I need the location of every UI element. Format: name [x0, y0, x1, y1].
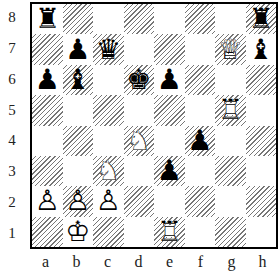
- square-g1[interactable]: [215, 217, 246, 247]
- square-h6[interactable]: [246, 65, 277, 95]
- square-h8[interactable]: ♜: [246, 4, 277, 34]
- square-f3[interactable]: [185, 156, 216, 186]
- square-c8[interactable]: [93, 4, 124, 34]
- square-f7[interactable]: [185, 34, 216, 64]
- black-pawn-b7: ♟: [63, 34, 94, 64]
- square-g7[interactable]: ♛♕: [215, 34, 246, 64]
- square-b8[interactable]: [63, 4, 94, 34]
- square-g4[interactable]: [215, 126, 246, 156]
- square-g2[interactable]: [215, 186, 246, 216]
- black-rook-icon: ♜: [35, 5, 60, 33]
- black-pawn-e3: ♟: [154, 156, 185, 186]
- white-king-b1: ♚♔: [63, 217, 94, 247]
- square-e7[interactable]: [154, 34, 185, 64]
- file-label-e: e: [154, 249, 185, 275]
- black-pawn-icon: ♟: [187, 127, 212, 155]
- file-label-c: c: [92, 249, 123, 275]
- black-pawn-f4: ♟: [185, 126, 216, 156]
- square-e8[interactable]: [154, 4, 185, 34]
- square-e5[interactable]: [154, 95, 185, 125]
- black-rook-icon: ♜: [248, 5, 273, 33]
- black-bishop-h7: ♝: [246, 34, 277, 64]
- square-h2[interactable]: [246, 186, 277, 216]
- rank-label-4: 4: [0, 126, 24, 157]
- black-bishop-b6: ♝: [63, 65, 94, 95]
- black-pawn-a6: ♟: [32, 65, 63, 95]
- white-rook-icon: ♖: [218, 96, 243, 124]
- square-a7[interactable]: [32, 34, 63, 64]
- square-c6[interactable]: [93, 65, 124, 95]
- square-d4[interactable]: ♞♘: [124, 126, 155, 156]
- black-queen-icon: ♛: [96, 36, 121, 64]
- black-bishop-icon: ♝: [65, 66, 90, 94]
- rank-label-3: 3: [0, 156, 24, 187]
- file-label-b: b: [61, 249, 92, 275]
- black-pawn-icon: ♟: [157, 66, 182, 94]
- rank-label-2: 2: [0, 187, 24, 218]
- square-f5[interactable]: [185, 95, 216, 125]
- rank-label-6: 6: [0, 64, 24, 95]
- chess-board: ♜♜♟♛♛♕♝♟♝♚♟♜♖♞♘♟♞♘♟♟♙♟♙♟♙♚♔♜♖: [30, 2, 278, 249]
- rank-label-1: 1: [0, 218, 24, 249]
- square-f2[interactable]: [185, 186, 216, 216]
- rank-label-8: 8: [0, 2, 24, 33]
- square-b4[interactable]: [63, 126, 94, 156]
- square-c4[interactable]: [93, 126, 124, 156]
- white-pawn-a2: ♟♙: [32, 186, 63, 216]
- square-c3[interactable]: ♞♘: [93, 156, 124, 186]
- square-g5[interactable]: ♜♖: [215, 95, 246, 125]
- square-c5[interactable]: [93, 95, 124, 125]
- chess-diagram: 8 7 6 5 4 3 2 1 ♜♜♟♛♛♕♝♟♝♚♟♜♖♞♘♟♞♘♟♟♙♟♙♟…: [0, 0, 279, 280]
- white-rook-e1: ♜♖: [154, 217, 185, 247]
- square-d3[interactable]: [124, 156, 155, 186]
- square-f1[interactable]: [185, 217, 216, 247]
- square-h3[interactable]: [246, 156, 277, 186]
- square-g8[interactable]: [215, 4, 246, 34]
- square-e1[interactable]: ♜♖: [154, 217, 185, 247]
- white-knight-d4: ♞♘: [124, 126, 155, 156]
- file-label-h: h: [247, 249, 278, 275]
- square-b7[interactable]: ♟: [63, 34, 94, 64]
- square-c2[interactable]: ♟♙: [93, 186, 124, 216]
- square-c7[interactable]: ♛: [93, 34, 124, 64]
- white-pawn-icon: ♙: [35, 187, 60, 215]
- white-pawn-icon: ♙: [96, 187, 121, 215]
- square-f8[interactable]: [185, 4, 216, 34]
- square-a3[interactable]: [32, 156, 63, 186]
- rank-labels: 8 7 6 5 4 3 2 1: [0, 2, 24, 249]
- square-c1[interactable]: [93, 217, 124, 247]
- white-rook-g5: ♜♖: [215, 95, 246, 125]
- black-rook-h8: ♜: [246, 4, 277, 34]
- square-h5[interactable]: [246, 95, 277, 125]
- square-e6[interactable]: ♟: [154, 65, 185, 95]
- file-label-g: g: [216, 249, 247, 275]
- white-pawn-c2: ♟♙: [93, 186, 124, 216]
- square-b2[interactable]: ♟♙: [63, 186, 94, 216]
- file-label-a: a: [30, 249, 61, 275]
- white-knight-c3: ♞♘: [93, 156, 124, 186]
- rank-label-5: 5: [0, 95, 24, 126]
- square-h7[interactable]: ♝: [246, 34, 277, 64]
- square-d8[interactable]: [124, 4, 155, 34]
- rank-label-7: 7: [0, 33, 24, 64]
- square-d1[interactable]: [124, 217, 155, 247]
- black-rook-a8: ♜: [32, 4, 63, 34]
- square-h1[interactable]: [246, 217, 277, 247]
- black-king-icon: ♚: [126, 66, 151, 94]
- square-h4[interactable]: [246, 126, 277, 156]
- square-b6[interactable]: ♝: [63, 65, 94, 95]
- square-a1[interactable]: [32, 217, 63, 247]
- square-e3[interactable]: ♟: [154, 156, 185, 186]
- black-pawn-icon: ♟: [35, 66, 60, 94]
- white-knight-icon: ♘: [126, 127, 151, 155]
- white-pawn-icon: ♙: [65, 187, 90, 215]
- square-e2[interactable]: [154, 186, 185, 216]
- square-f4[interactable]: ♟: [185, 126, 216, 156]
- square-g3[interactable]: [215, 156, 246, 186]
- square-b3[interactable]: [63, 156, 94, 186]
- file-labels: a b c d e f g h: [30, 249, 278, 275]
- black-pawn-icon: ♟: [65, 36, 90, 64]
- white-knight-icon: ♘: [96, 157, 121, 185]
- white-queen-g7: ♛♕: [215, 34, 246, 64]
- file-label-f: f: [185, 249, 216, 275]
- white-rook-icon: ♖: [157, 218, 182, 246]
- square-f6[interactable]: [185, 65, 216, 95]
- file-label-d: d: [123, 249, 154, 275]
- square-a8[interactable]: ♜: [32, 4, 63, 34]
- square-a5[interactable]: [32, 95, 63, 125]
- black-pawn-icon: ♟: [157, 157, 182, 185]
- square-a2[interactable]: ♟♙: [32, 186, 63, 216]
- white-queen-icon: ♕: [218, 36, 243, 64]
- square-d2[interactable]: [124, 186, 155, 216]
- black-bishop-icon: ♝: [248, 36, 273, 64]
- black-pawn-e6: ♟: [154, 65, 185, 95]
- square-b1[interactable]: ♚♔: [63, 217, 94, 247]
- square-b5[interactable]: [63, 95, 94, 125]
- white-pawn-b2: ♟♙: [63, 186, 94, 216]
- square-d6[interactable]: ♚: [124, 65, 155, 95]
- black-queen-c7: ♛: [93, 34, 124, 64]
- square-d7[interactable]: [124, 34, 155, 64]
- square-e4[interactable]: [154, 126, 185, 156]
- square-a6[interactable]: ♟: [32, 65, 63, 95]
- white-king-icon: ♔: [65, 218, 90, 246]
- black-king-d6: ♚: [124, 65, 155, 95]
- square-d5[interactable]: [124, 95, 155, 125]
- square-a4[interactable]: [32, 126, 63, 156]
- square-g6[interactable]: [215, 65, 246, 95]
